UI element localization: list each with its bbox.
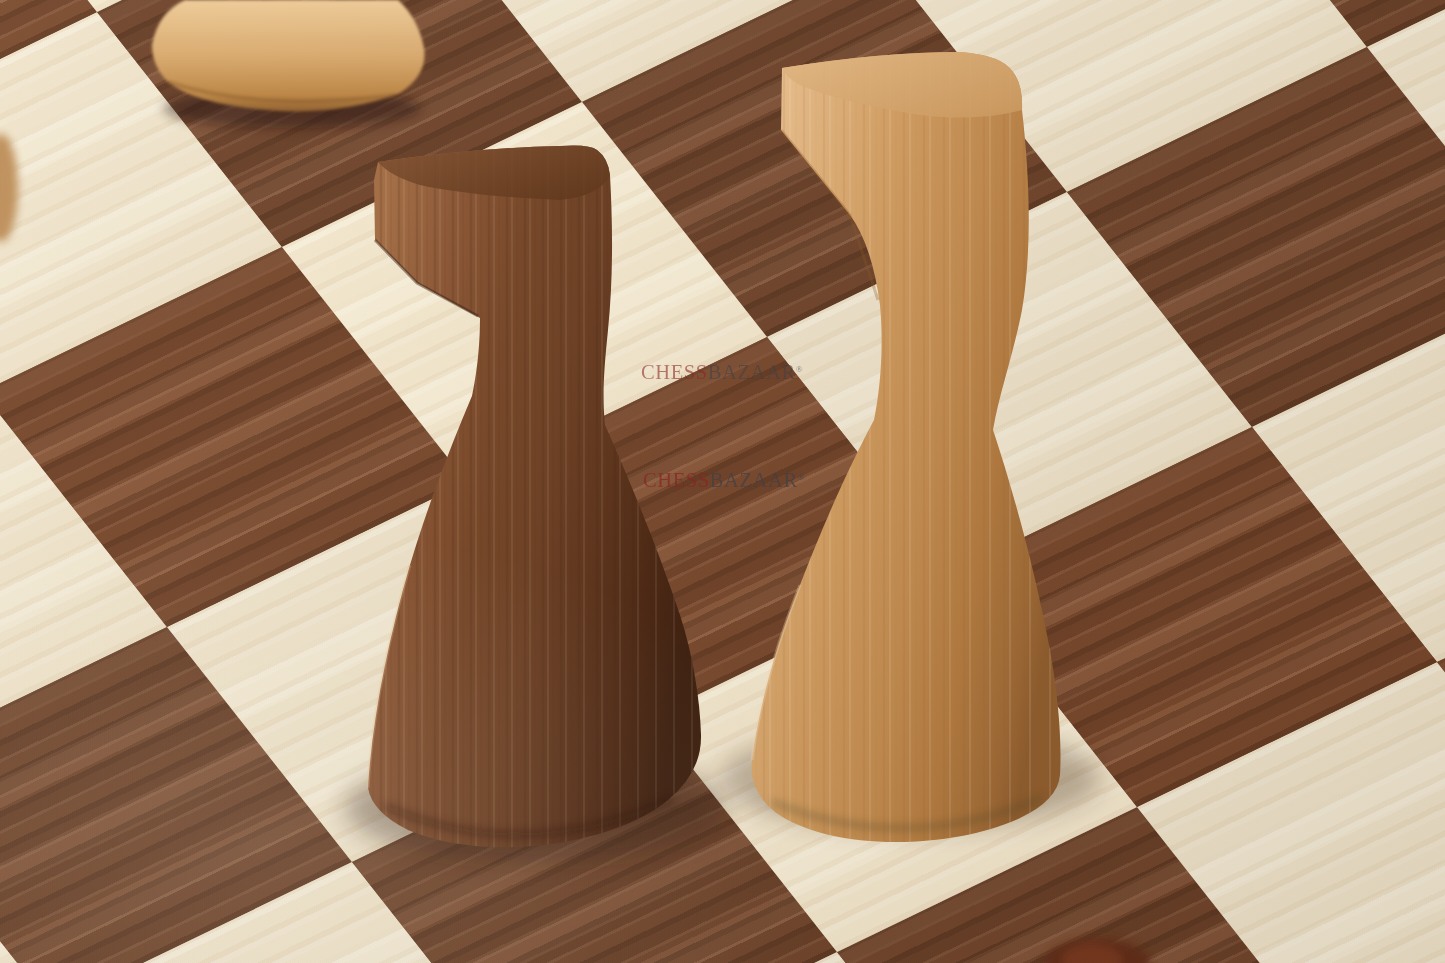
chessboard-photo-scene: CHESSBAZAAR® CHESSBAZAAR® [0,0,1445,963]
board [0,0,1445,963]
